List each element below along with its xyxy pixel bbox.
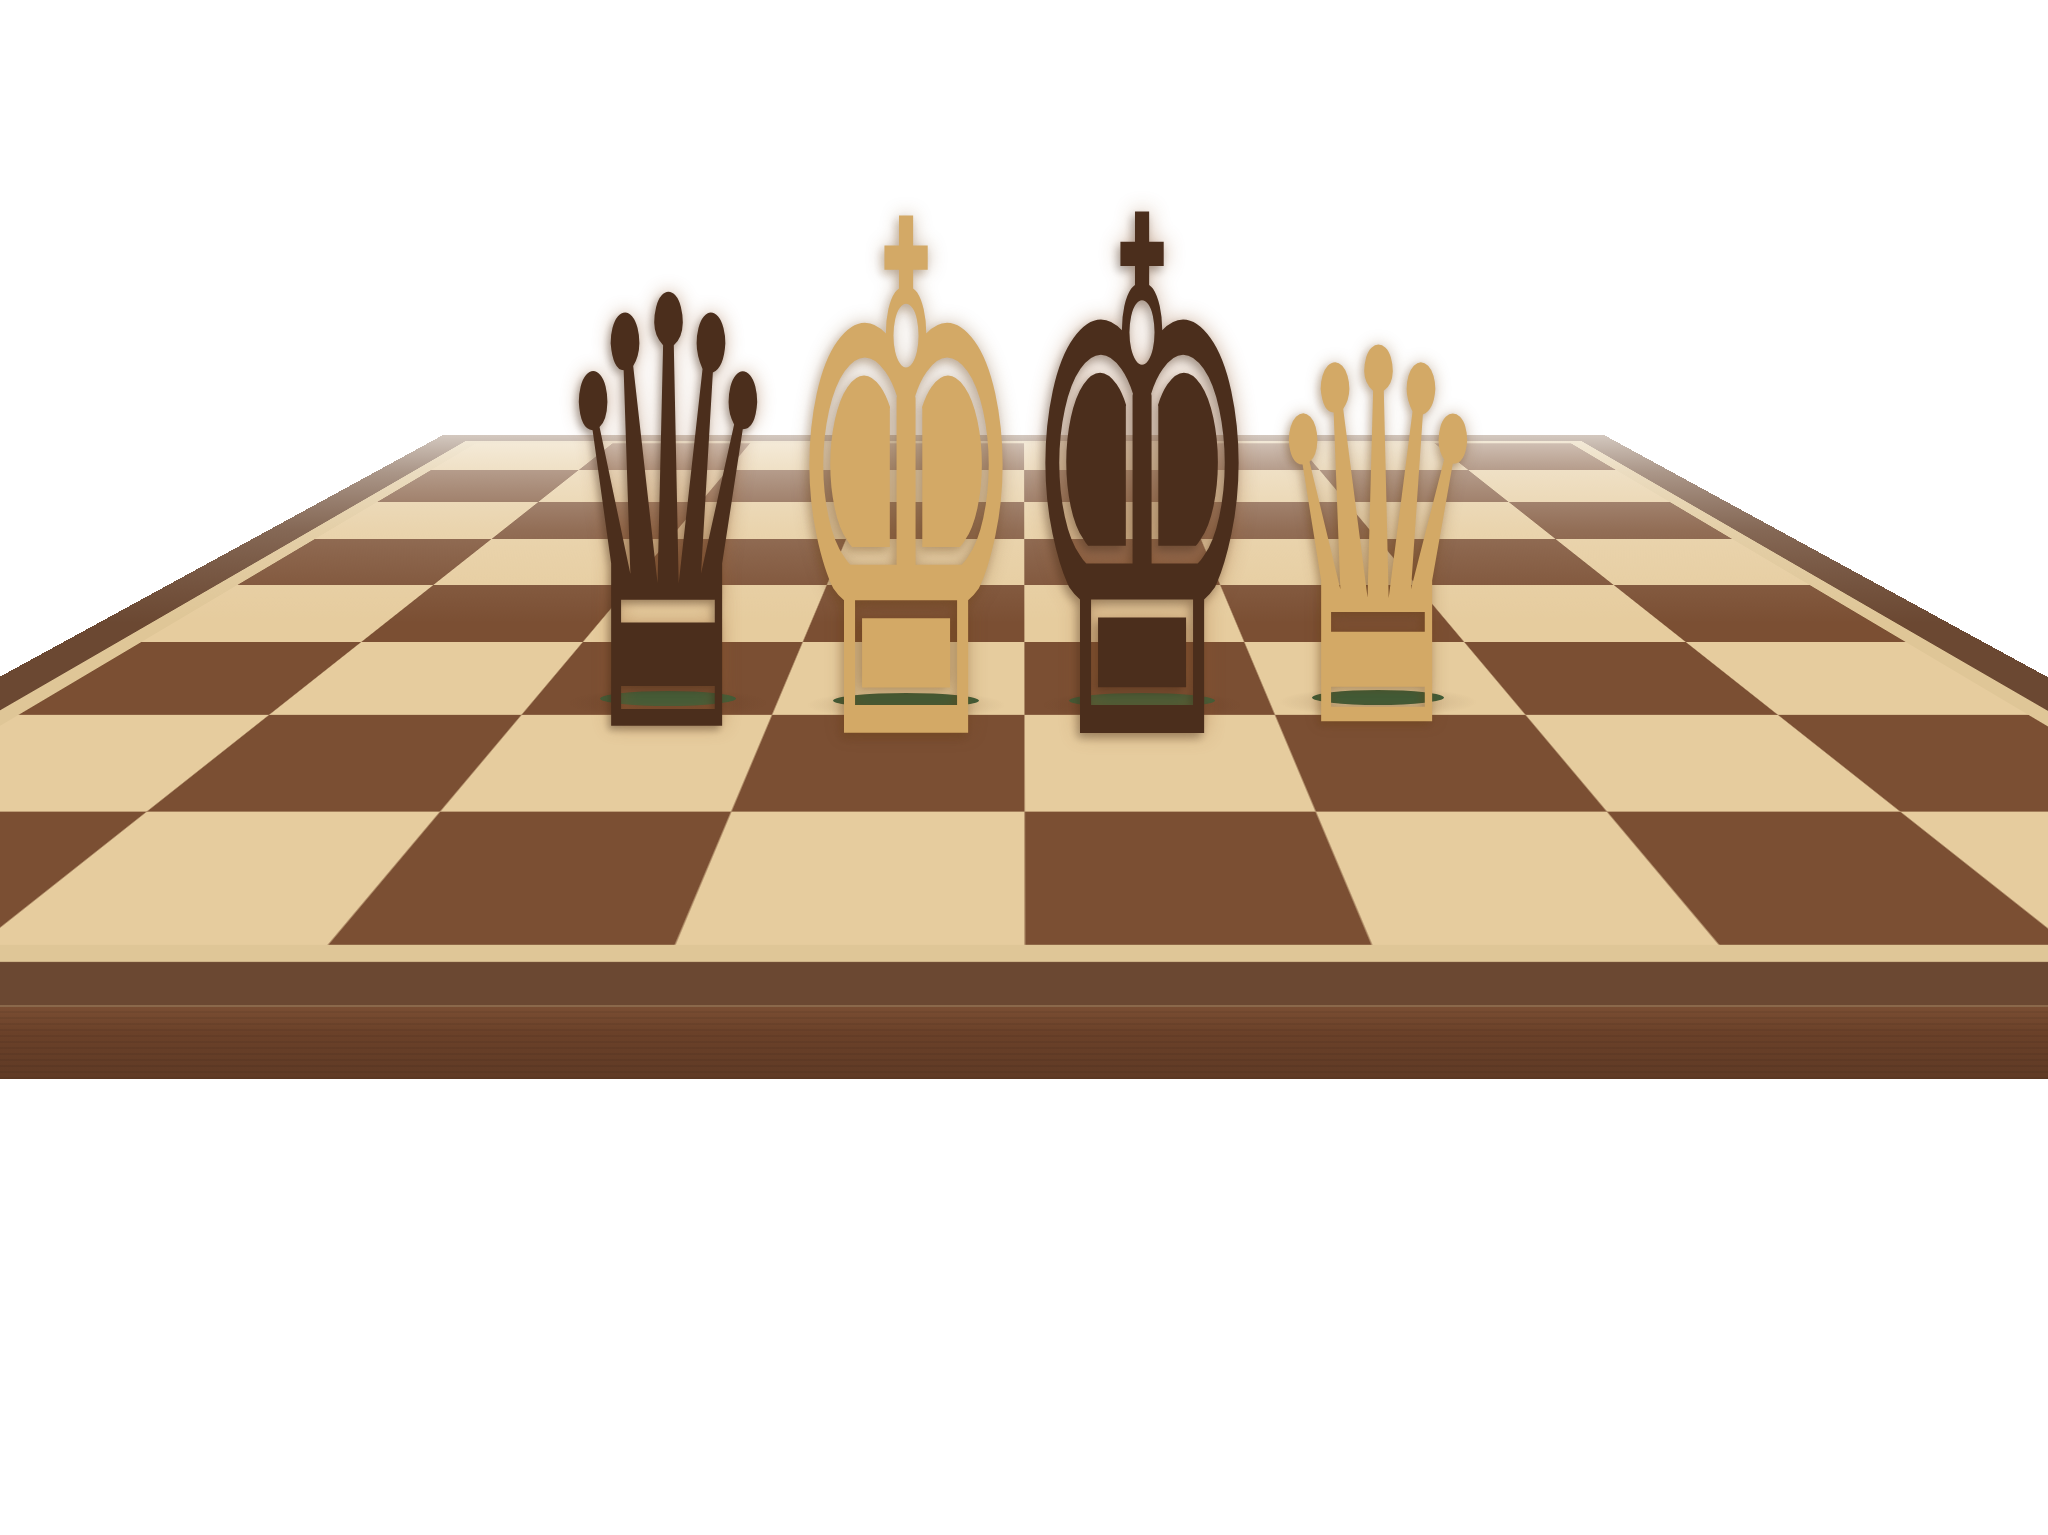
- board-front-edge: [0, 1005, 2048, 1079]
- photo-scene: ♛♚♚♛ Decorative display arrangement: bla…: [0, 0, 2048, 1535]
- white-king-d3: ♚: [782, 136, 1029, 844]
- white-queen-f3: ♛: [1260, 286, 1497, 802]
- black-queen-c3: ♛: [550, 225, 787, 819]
- black-king-e3: ♚: [1018, 131, 1265, 845]
